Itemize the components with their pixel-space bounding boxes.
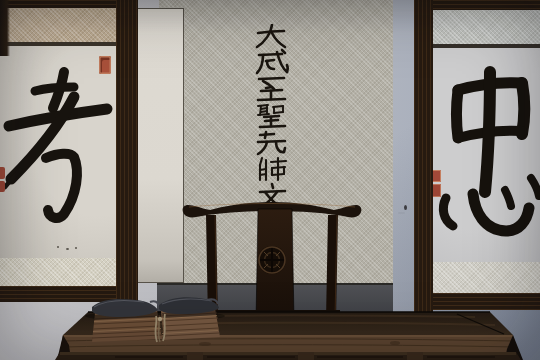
photo-scene: 大成至聖先師文 xyxy=(0,0,540,360)
photo-vignette xyxy=(0,0,540,360)
